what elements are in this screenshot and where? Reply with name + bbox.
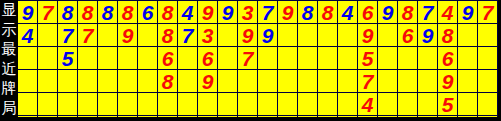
board-cell-r5-c16 [318, 93, 338, 116]
board-cell-r1-c7: 6 [138, 1, 158, 24]
board-cell-r2-c13: 9 [258, 24, 278, 47]
board-cell-r4-c11 [218, 70, 238, 93]
board-cell-r4-c2 [38, 70, 58, 93]
board-cell-r4-c24 [478, 70, 498, 93]
board-cell-r2-c10: 3 [198, 24, 218, 47]
board-cell-r1-c18: 6 [358, 1, 378, 24]
board-cell-r3-c24 [478, 47, 498, 70]
board-cell-r3-c2 [38, 47, 58, 70]
board-cell-r5-c21 [418, 93, 438, 116]
board-cell-r4-c9 [178, 70, 198, 93]
board-cell-r1-c3: 8 [58, 1, 78, 24]
board-cell-r3-c7 [138, 47, 158, 70]
game-board: 9788886849937988469874974779873999698566… [18, 0, 498, 117]
panel-title-char-1: 显 [0, 0, 18, 20]
board-cell-r3-c9 [178, 47, 198, 70]
board-cell-r2-c6: 9 [118, 24, 138, 47]
board-cell-r3-c20 [398, 47, 418, 70]
board-cell-r3-c23 [458, 47, 478, 70]
board-cell-r4-c15 [298, 70, 318, 93]
board-cell-r4-c5 [98, 70, 118, 93]
board-cell-r2-c19 [378, 24, 398, 47]
board-cell-r4-c23 [458, 70, 478, 93]
board-cell-r5-c5 [98, 93, 118, 116]
board-cell-r3-c10: 6 [198, 47, 218, 70]
board-cell-r3-c16 [318, 47, 338, 70]
board-cell-r1-c5: 8 [98, 1, 118, 24]
board-cell-r1-c10: 9 [198, 1, 218, 24]
board-cell-r2-c21: 9 [418, 24, 438, 47]
board-cell-r2-c7 [138, 24, 158, 47]
panel-title-char-6: 局 [0, 98, 18, 118]
board-cell-r4-c1 [18, 70, 38, 93]
board-cell-r2-c20: 6 [398, 24, 418, 47]
board-cell-r5-c12 [238, 93, 258, 116]
board-cell-r1-c16: 8 [318, 1, 338, 24]
board-cell-r5-c2 [38, 93, 58, 116]
board-cell-r4-c22: 9 [438, 70, 458, 93]
board-cell-r3-c11 [218, 47, 238, 70]
board-cell-r4-c6 [118, 70, 138, 93]
board-cell-r4-c20 [398, 70, 418, 93]
board-cell-r1-c13: 7 [258, 1, 278, 24]
board-cell-r1-c22: 4 [438, 1, 458, 24]
board-cell-r4-c19 [378, 70, 398, 93]
board-cell-r5-c9 [178, 93, 198, 116]
board-cell-r1-c6: 8 [118, 1, 138, 24]
board-cell-r5-c24 [478, 93, 498, 116]
board-cell-r2-c18: 9 [358, 24, 378, 47]
board-cell-r4-c16 [318, 70, 338, 93]
board-cell-r5-c6 [118, 93, 138, 116]
board-cell-r2-c14 [278, 24, 298, 47]
board-cell-r5-c14 [278, 93, 298, 116]
board-cell-r5-c10 [198, 93, 218, 116]
board-cell-r5-c18: 4 [358, 93, 378, 116]
board-cell-r2-c16 [318, 24, 338, 47]
board-frame-bottom [0, 117, 501, 121]
board-cell-r4-c10: 9 [198, 70, 218, 93]
board-cell-r5-c15 [298, 93, 318, 116]
board-cell-r3-c5 [98, 47, 118, 70]
board-cell-r1-c8: 8 [158, 1, 178, 24]
board-cell-r3-c22: 6 [438, 47, 458, 70]
board-cell-r3-c17 [338, 47, 358, 70]
board-cell-r1-c14: 9 [278, 1, 298, 24]
board-cell-r3-c21 [418, 47, 438, 70]
board-cell-r5-c20 [398, 93, 418, 116]
board-cell-r1-c17: 4 [338, 1, 358, 24]
board-cell-r3-c13 [258, 47, 278, 70]
panel-title-char-5: 牌 [0, 78, 18, 98]
board-cell-r2-c5 [98, 24, 118, 47]
board-cell-r2-c9: 7 [178, 24, 198, 47]
board-cell-r3-c15 [298, 47, 318, 70]
board-cell-r4-c7 [138, 70, 158, 93]
recent-games-panel: 显示最近牌局 978888684993798846987497477987399… [0, 0, 501, 121]
board-cell-r1-c23: 9 [458, 1, 478, 24]
board-cell-r2-c22: 8 [438, 24, 458, 47]
board-cell-r2-c24 [478, 24, 498, 47]
board-cell-r3-c14 [278, 47, 298, 70]
board-cell-r1-c2: 7 [38, 1, 58, 24]
board-cell-r4-c21 [418, 70, 438, 93]
board-cell-r2-c11 [218, 24, 238, 47]
board-cell-r5-c23 [458, 93, 478, 116]
board-cell-r5-c11 [218, 93, 238, 116]
board-cell-r3-c3: 5 [58, 47, 78, 70]
board-cell-r1-c11: 9 [218, 1, 238, 24]
board-cell-r4-c18: 7 [358, 70, 378, 93]
board-cell-r4-c8: 8 [158, 70, 178, 93]
board-cell-r1-c24: 7 [478, 1, 498, 24]
board-cell-r3-c6 [118, 47, 138, 70]
board-cell-r1-c4: 8 [78, 1, 98, 24]
board-cell-r1-c9: 4 [178, 1, 198, 24]
board-cell-r2-c1: 4 [18, 24, 38, 47]
board-cell-r2-c3: 7 [58, 24, 78, 47]
board-cell-r1-c21: 7 [418, 1, 438, 24]
board-cell-r3-c19 [378, 47, 398, 70]
board-cell-r2-c15 [298, 24, 318, 47]
board-cell-r1-c19: 9 [378, 1, 398, 24]
panel-title-char-3: 最 [0, 39, 18, 59]
board-cell-r3-c12: 7 [238, 47, 258, 70]
panel-title-char-2: 示 [0, 20, 18, 40]
board-cell-r5-c3 [58, 93, 78, 116]
board-cell-r5-c13 [258, 93, 278, 116]
board-cell-r5-c8 [158, 93, 178, 116]
board-cell-r2-c12: 9 [238, 24, 258, 47]
panel-title-char-4: 近 [0, 59, 18, 79]
panel-title-vertical: 显示最近牌局 [0, 0, 18, 121]
board-cell-r3-c18: 5 [358, 47, 378, 70]
board-cell-r5-c4 [78, 93, 98, 116]
board-cell-r2-c2 [38, 24, 58, 47]
board-cell-r4-c17 [338, 70, 358, 93]
board-cell-r4-c4 [78, 70, 98, 93]
board-cell-r3-c8: 6 [158, 47, 178, 70]
board-cell-r3-c1 [18, 47, 38, 70]
board-cell-r2-c23 [458, 24, 478, 47]
board-cell-r5-c17 [338, 93, 358, 116]
board-cell-r2-c4: 7 [78, 24, 98, 47]
board-cell-r1-c15: 8 [298, 1, 318, 24]
board-cell-r2-c17 [338, 24, 358, 47]
board-cell-r4-c12 [238, 70, 258, 93]
board-cell-r5-c7 [138, 93, 158, 116]
board-cell-r4-c13 [258, 70, 278, 93]
board-cell-r4-c3 [58, 70, 78, 93]
board-cell-r1-c1: 9 [18, 1, 38, 24]
board-cell-r3-c4 [78, 47, 98, 70]
board-cell-r4-c14 [278, 70, 298, 93]
board-cell-r5-c19 [378, 93, 398, 116]
board-cell-r5-c22: 5 [438, 93, 458, 116]
board-cell-r2-c8: 8 [158, 24, 178, 47]
board-cell-r1-c20: 8 [398, 1, 418, 24]
board-cell-r1-c12: 3 [238, 1, 258, 24]
board-cell-r5-c1 [18, 93, 38, 116]
